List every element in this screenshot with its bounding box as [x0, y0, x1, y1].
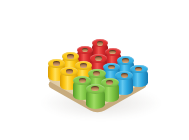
- peg-hole: [122, 58, 129, 63]
- peg-hole: [53, 61, 60, 66]
- peg-hole: [67, 54, 74, 59]
- peg-hole: [109, 50, 116, 54]
- peg-hole: [106, 80, 113, 85]
- peg-hole: [80, 63, 87, 68]
- peg-hole: [95, 56, 102, 61]
- peg-hole: [97, 41, 103, 45]
- peg-hole: [79, 78, 86, 83]
- peg-board-scene: [0, 0, 189, 140]
- peg-hole: [121, 73, 128, 78]
